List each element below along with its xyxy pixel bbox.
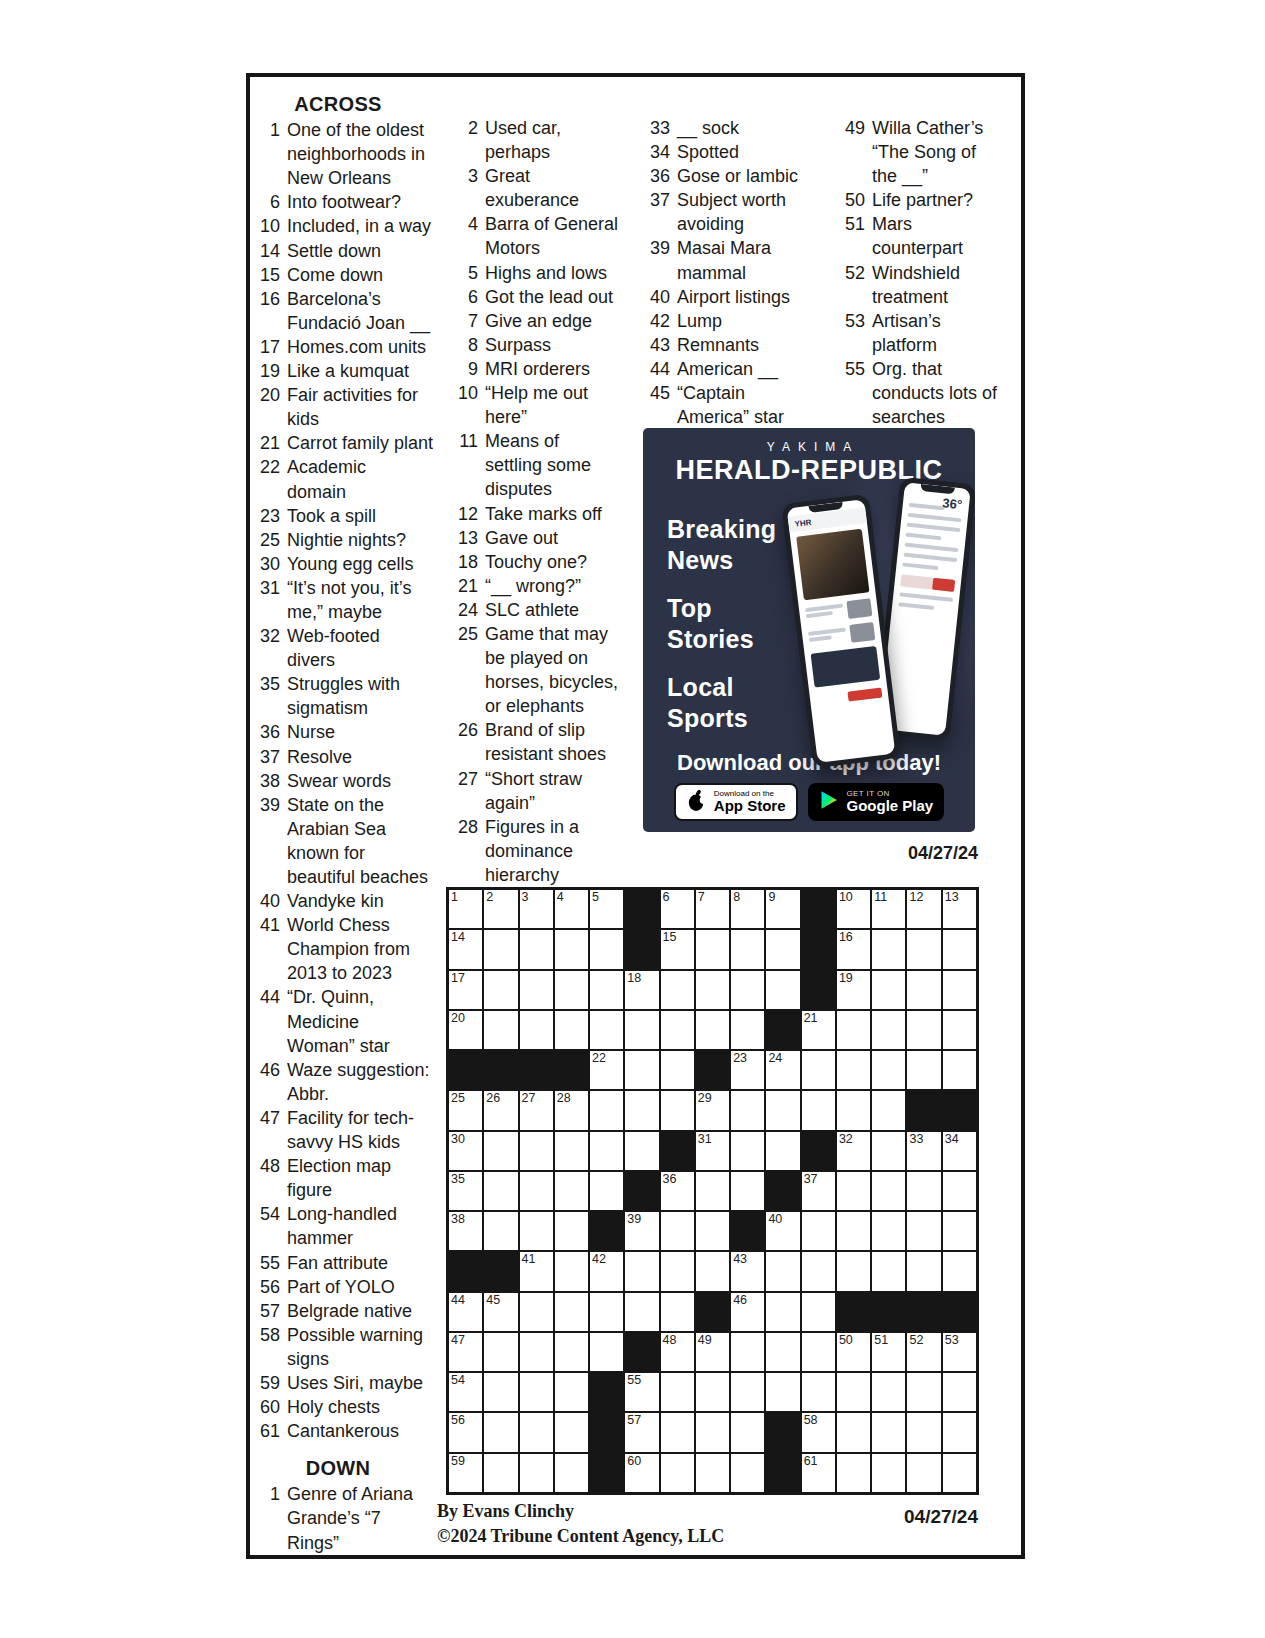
clue-text: One of the oldest neighborhoods in New O… [287,118,425,190]
clue-column-1: ACROSS 1One of the oldest neighborhoods … [250,92,426,1555]
grid-cell[interactable] [696,1252,729,1290]
grid-cell[interactable]: 26 [484,1091,517,1129]
grid-cell[interactable] [555,1333,588,1371]
cell-number: 48 [663,1333,677,1348]
grid-cell[interactable] [943,1172,976,1210]
grid-cell[interactable] [484,1333,517,1371]
grid-cell[interactable] [555,1413,588,1451]
grid-cell[interactable] [520,1293,553,1331]
grid-cell[interactable] [520,930,553,968]
cell-number: 13 [945,890,959,905]
clue-number: 58 [250,1323,280,1371]
grid-cell[interactable] [590,971,623,1009]
clue-number: 57 [250,1299,280,1323]
text-placeholder [907,523,961,533]
cell-number: 12 [909,890,923,905]
grid-cell[interactable] [696,1011,729,1049]
clue-item: 4Barra of General Motors [448,212,624,260]
clue-item: 42Lump [640,309,810,333]
text-placeholder [902,562,939,570]
clue-text: Facility for tech- savvy HS kids [287,1106,414,1154]
clue-number: 32 [250,624,280,672]
app-logo: YHR [794,517,812,528]
grid-cell[interactable]: 50 [837,1333,870,1371]
grid-cell[interactable]: 31 [696,1132,729,1170]
grid-cell[interactable]: 16 [837,930,870,968]
black-cell [484,1252,517,1290]
clue-text: Fan attribute [287,1251,388,1275]
grid-cell[interactable]: 34 [943,1132,976,1170]
grid-cell[interactable]: 1 [449,890,482,928]
grid-cell[interactable] [766,1091,799,1129]
grid-cell[interactable] [661,1051,694,1089]
clue-text: Brand of slip resistant shoes [485,718,606,766]
cell-number: 44 [451,1293,465,1308]
grid-cell[interactable] [484,971,517,1009]
grid-cell[interactable] [555,1132,588,1170]
clue-text: Included, in a way [287,214,431,238]
grid-cell[interactable] [943,1011,976,1049]
grid-cell[interactable] [837,1454,870,1492]
grid-cell[interactable] [907,971,940,1009]
grid-cell[interactable] [872,1212,905,1250]
grid-cell[interactable] [484,930,517,968]
grid-cell[interactable]: 25 [449,1091,482,1129]
grid-cell[interactable]: 45 [484,1293,517,1331]
grid-cell[interactable] [484,1413,517,1451]
grid-cell[interactable] [696,1172,729,1210]
grid-cell[interactable] [661,1091,694,1129]
grid-cell[interactable]: 43 [731,1252,764,1290]
grid-cell[interactable] [625,1293,658,1331]
grid-cell[interactable]: 30 [449,1132,482,1170]
grid-cell[interactable] [555,971,588,1009]
grid-cell[interactable]: 57 [625,1413,658,1451]
clue-number: 24 [448,598,478,622]
grid-cell[interactable] [907,1011,940,1049]
black-cell [802,971,835,1009]
clue-text: Means of settling some disputes [485,429,591,501]
grid-cell[interactable]: 56 [449,1413,482,1451]
clue-text: Long-handled hammer [287,1202,397,1250]
clue-number: 10 [448,381,478,429]
grid-cell[interactable]: 41 [520,1252,553,1290]
grid-cell[interactable] [625,1132,658,1170]
grid-cell[interactable] [484,1373,517,1411]
grid-cell[interactable] [907,1454,940,1492]
grid-cell[interactable] [907,930,940,968]
grid-cell[interactable]: 17 [449,971,482,1009]
clue-text: Game that may be played on horses, bicyc… [485,622,618,718]
grid-cell[interactable] [696,1212,729,1250]
grid-cell[interactable] [520,1212,553,1250]
clue-item: 55Fan attribute [250,1251,426,1275]
grid-cell[interactable]: 15 [661,930,694,968]
clue-number: 1 [250,118,280,190]
clue-item: 61Cantankerous [250,1419,426,1443]
cell-number: 57 [627,1413,641,1428]
grid-cell[interactable] [520,1172,553,1210]
grid-cell[interactable] [661,1252,694,1290]
grid-cell[interactable]: 55 [625,1373,658,1411]
clue-number: 6 [448,285,478,309]
cell-number: 60 [627,1454,641,1469]
app-ad: YAKIMA HERALD-REPUBLIC Breaking NewsTop … [643,428,975,832]
grid-cell[interactable] [837,1051,870,1089]
grid-cell[interactable] [625,1051,658,1089]
grid-cell[interactable] [802,1373,835,1411]
grid-cell[interactable]: 7 [696,890,729,928]
grid-cell[interactable] [872,1132,905,1170]
clue-text: Swear words [287,769,391,793]
grid-cell[interactable] [590,1011,623,1049]
grid-cell[interactable] [943,1373,976,1411]
grid-cell[interactable]: 59 [449,1454,482,1492]
grid-cell[interactable] [802,1051,835,1089]
apple-icon [687,788,707,816]
black-cell [696,1293,729,1331]
grid-cell[interactable] [520,971,553,1009]
grid-cell[interactable]: 21 [802,1011,835,1049]
grid-cell[interactable] [520,1373,553,1411]
grid-cell[interactable]: 58 [802,1413,835,1451]
clue-text: SLC athlete [485,598,579,622]
grid-cell[interactable]: 12 [907,890,940,928]
grid-cell[interactable]: 36 [661,1172,694,1210]
grid-cell[interactable] [696,930,729,968]
clue-number: 54 [250,1202,280,1250]
grid-cell[interactable] [661,1373,694,1411]
clue-text: Barcelona’s Fundació Joan __ [287,287,430,335]
cell-number: 55 [627,1373,641,1388]
clue-item: 7Give an edge [448,309,624,333]
byline: By Evans Clinchy [437,1501,574,1522]
grid-cell[interactable]: 39 [625,1212,658,1250]
grid-cell[interactable] [555,1252,588,1290]
grid-cell[interactable]: 51 [872,1333,905,1371]
grid-cell[interactable] [766,1132,799,1170]
grid-cell[interactable]: 13 [943,890,976,928]
grid-cell[interactable] [907,1172,940,1210]
clue-text: “Help me out here” [485,381,588,429]
grid-cell[interactable] [590,1132,623,1170]
grid-cell[interactable] [731,1373,764,1411]
grid-cell[interactable]: 2 [484,890,517,928]
grid-cell[interactable] [907,1051,940,1089]
grid-cell[interactable] [907,1373,940,1411]
grid-cell[interactable]: 3 [520,890,553,928]
grid-cell[interactable] [555,1212,588,1250]
clue-number: 60 [250,1395,280,1419]
clue-number: 30 [250,552,280,576]
grid-cell[interactable]: 46 [731,1293,764,1331]
clue-item: 56Part of YOLO [250,1275,426,1299]
grid-cell[interactable] [766,1333,799,1371]
grid-cell[interactable] [731,1011,764,1049]
grid-cell[interactable] [661,1011,694,1049]
grid-cell[interactable] [555,1373,588,1411]
black-cell [449,1051,482,1089]
grid-cell[interactable] [625,1091,658,1129]
clue-number: 4 [448,212,478,260]
grid-cell[interactable] [766,1252,799,1290]
grid-cell[interactable] [943,1212,976,1250]
grid-cell[interactable] [872,1172,905,1210]
grid-cell[interactable]: 47 [449,1333,482,1371]
grid-cell[interactable]: 52 [907,1333,940,1371]
grid-cell[interactable] [555,1011,588,1049]
grid-cell[interactable] [872,971,905,1009]
grid-cell[interactable]: 37 [802,1172,835,1210]
grid-cell[interactable] [661,1454,694,1492]
clue-text: MRI orderers [485,357,590,381]
grid-cell[interactable] [766,1373,799,1411]
clue-number: 16 [250,287,280,335]
grid-cell[interactable] [731,971,764,1009]
grid-cell[interactable]: 38 [449,1212,482,1250]
grid-cell[interactable] [731,1172,764,1210]
grid-cell[interactable] [872,1011,905,1049]
grid-cell[interactable] [766,1293,799,1331]
grid-cell[interactable]: 32 [837,1132,870,1170]
grid-cell[interactable] [696,1373,729,1411]
cell-number: 54 [451,1373,465,1388]
grid-cell[interactable] [872,1373,905,1411]
news-photo [796,529,869,601]
grid-cell[interactable] [907,1413,940,1451]
clue-text: Possible warning signs [287,1323,423,1371]
clue-number: 53 [835,309,865,357]
cell-number: 10 [839,890,853,905]
grid-cell[interactable] [872,930,905,968]
grid-cell[interactable] [802,1091,835,1129]
grid-cell[interactable]: 9 [766,890,799,928]
grid-cell[interactable]: 6 [661,890,694,928]
cell-number: 7 [698,890,705,905]
clue-number: 40 [250,889,280,913]
black-cell [449,1252,482,1290]
grid-cell[interactable] [731,1132,764,1170]
grid-cell[interactable]: 44 [449,1293,482,1331]
clue-number: 18 [448,550,478,574]
grid-cell[interactable]: 54 [449,1373,482,1411]
cell-number: 29 [698,1091,712,1106]
clue-text: Nurse [287,720,335,744]
grid-cell[interactable] [802,1293,835,1331]
black-cell [625,930,658,968]
clue-number: 25 [250,528,280,552]
grid-cell[interactable] [731,1413,764,1451]
grid-cell[interactable]: 27 [520,1091,553,1129]
grid-cell[interactable] [731,1091,764,1129]
grid-cell[interactable] [555,1293,588,1331]
grid-cell[interactable] [590,1091,623,1129]
grid-cell[interactable]: 42 [590,1252,623,1290]
grid-cell[interactable] [872,1454,905,1492]
app-store-badge[interactable]: Download on the App Store [674,783,799,821]
grid-cell[interactable] [802,1252,835,1290]
grid-cell[interactable] [802,1333,835,1371]
grid-cell[interactable]: 33 [907,1132,940,1170]
cell-number: 6 [663,890,670,905]
black-cell [731,1212,764,1250]
clue-item: 5Highs and lows [448,261,624,285]
down-clue-list-2: 2Used car, perhaps3Great exuberance4Barr… [448,116,624,911]
clue-number: 33 [640,116,670,140]
grid-cell[interactable] [590,930,623,968]
grid-cell[interactable] [731,930,764,968]
black-cell [943,1091,976,1129]
grid-cell[interactable] [625,1252,658,1290]
clue-item: 43Remnants [640,333,810,357]
clue-item: 8Surpass [448,333,624,357]
black-cell [661,1132,694,1170]
grid-cell[interactable] [943,1413,976,1451]
grid-cell[interactable] [802,1212,835,1250]
grid-cell[interactable] [590,1172,623,1210]
black-cell [837,1293,870,1331]
grid-cell[interactable] [731,1333,764,1371]
grid-cell[interactable]: 5 [590,890,623,928]
cell-number: 4 [557,890,564,905]
black-cell [802,930,835,968]
clue-text: Surpass [485,333,551,357]
grid-cell[interactable]: 18 [625,971,658,1009]
text-placeholder [909,503,946,511]
clue-item: 13Gave out [448,526,624,550]
grid-cell[interactable] [837,1413,870,1451]
clue-text: Got the lead out [485,285,613,309]
black-cell [555,1051,588,1089]
grid-cell[interactable] [520,1011,553,1049]
grid-cell[interactable]: 4 [555,890,588,928]
clue-item: 6Into footwear? [250,190,426,214]
clue-text: Remnants [677,333,759,357]
clue-item: 18Touchy one? [448,550,624,574]
black-cell [590,1413,623,1451]
grid-cell[interactable] [943,1051,976,1089]
grid-cell[interactable]: 24 [766,1051,799,1089]
clue-item: 54Long-handled hammer [250,1202,426,1250]
cell-number: 56 [451,1413,465,1428]
grid-cell[interactable] [907,1212,940,1250]
grid-cell[interactable] [625,1011,658,1049]
grid-cell[interactable] [872,1252,905,1290]
grid-cell[interactable] [943,1454,976,1492]
grid-cell[interactable]: 19 [837,971,870,1009]
clue-number: 55 [250,1251,280,1275]
grid-cell[interactable] [731,1454,764,1492]
grid-cell[interactable] [696,1413,729,1451]
clue-text: Resolve [287,745,352,769]
cell-number: 3 [522,890,529,905]
clue-text: Windshield treatment [872,261,960,309]
clue-number: 21 [448,574,478,598]
clue-text: Barra of General Motors [485,212,618,260]
grid-cell[interactable] [555,1454,588,1492]
grid-cell[interactable] [943,971,976,1009]
grid-cell[interactable]: 14 [449,930,482,968]
grid-cell[interactable]: 23 [731,1051,764,1089]
grid-cell[interactable] [766,971,799,1009]
clue-item: 55Org. that conducts lots of searches [835,357,1011,429]
grid-cell[interactable] [484,1454,517,1492]
clue-item: 52Windshield treatment [835,261,1011,309]
grid-cell[interactable]: 48 [661,1333,694,1371]
grid-cell[interactable]: 49 [696,1333,729,1371]
grid-cell[interactable]: 29 [696,1091,729,1129]
grid-cell[interactable] [590,1293,623,1331]
grid-cell[interactable] [484,1011,517,1049]
grid-cell[interactable] [555,1172,588,1210]
grid-cell[interactable] [696,1454,729,1492]
grid-cell[interactable]: 8 [731,890,764,928]
grid-cell[interactable]: 20 [449,1011,482,1049]
grid-cell[interactable] [837,1373,870,1411]
grid-cell[interactable] [590,1333,623,1371]
grid-cell[interactable] [943,930,976,968]
grid-cell[interactable] [661,971,694,1009]
grid-cell[interactable]: 11 [872,890,905,928]
grid-cell[interactable] [520,1413,553,1451]
grid-cell[interactable] [661,1212,694,1250]
clue-number: 36 [640,164,670,188]
clue-item: 50Life partner? [835,188,1011,212]
grid-cell[interactable]: 28 [555,1091,588,1129]
down-clue-list-3: 33__ sock34Spotted36Gose or lambic37Subj… [640,116,810,429]
grid-cell[interactable] [872,1051,905,1089]
grid-cell[interactable] [943,1252,976,1290]
grid-cell[interactable] [484,1212,517,1250]
clue-number: 35 [250,672,280,720]
grid-cell[interactable]: 60 [625,1454,658,1492]
ad-feature: Top Stories [667,593,776,655]
grid-cell[interactable] [520,1454,553,1492]
grid-cell[interactable]: 61 [802,1454,835,1492]
grid-cell[interactable]: 22 [590,1051,623,1089]
grid-cell[interactable]: 40 [766,1212,799,1250]
grid-cell[interactable] [766,930,799,968]
grid-cell[interactable]: 35 [449,1172,482,1210]
clue-number: 9 [448,357,478,381]
cell-number: 27 [522,1091,536,1106]
cell-number: 40 [768,1212,782,1227]
grid-cell[interactable] [520,1333,553,1371]
grid-cell[interactable] [872,1413,905,1451]
grid-cell[interactable] [661,1413,694,1451]
grid-cell[interactable]: 53 [943,1333,976,1371]
cell-number: 26 [486,1091,500,1106]
grid-cell[interactable] [696,971,729,1009]
grid-cell[interactable] [484,1132,517,1170]
google-play-badge[interactable]: GET IT ON Google Play [808,783,944,821]
grid-cell[interactable] [661,1293,694,1331]
grid-cell[interactable]: 10 [837,890,870,928]
grid-cell[interactable] [484,1172,517,1210]
grid-cell[interactable] [837,1172,870,1210]
grid-cell[interactable] [837,1091,870,1129]
grid-cell[interactable] [907,1252,940,1290]
black-cell [766,1011,799,1049]
grid-cell[interactable] [555,930,588,968]
grid-cell[interactable] [837,1252,870,1290]
clue-item: 35Struggles with sigmatism [250,672,426,720]
clue-number: 6 [250,190,280,214]
grid-cell[interactable] [837,1212,870,1250]
grid-cell[interactable] [872,1091,905,1129]
grid-cell[interactable] [837,1011,870,1049]
grid-cell[interactable] [520,1132,553,1170]
